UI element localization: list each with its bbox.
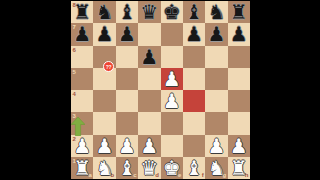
- square-a4[interactable]: 4: [71, 90, 93, 112]
- square-c3[interactable]: [116, 112, 138, 134]
- square-e7[interactable]: [161, 23, 183, 45]
- white-rook-h1[interactable]: ♜: [230, 157, 248, 179]
- square-e3[interactable]: [161, 112, 183, 134]
- square-c1[interactable]: c♝: [116, 157, 138, 179]
- square-f5[interactable]: [183, 68, 205, 90]
- square-f2[interactable]: [183, 135, 205, 157]
- square-f7[interactable]: ♟: [183, 23, 205, 45]
- black-pawn-h7[interactable]: ♟: [230, 23, 248, 45]
- square-h7[interactable]: ♟: [228, 23, 250, 45]
- square-b4[interactable]: [93, 90, 115, 112]
- square-g3[interactable]: [205, 112, 227, 134]
- black-queen-d8[interactable]: ♛: [140, 1, 158, 23]
- square-a5[interactable]: 5: [71, 68, 93, 90]
- square-b2[interactable]: ♟: [93, 135, 115, 157]
- square-e4[interactable]: ♟: [161, 90, 183, 112]
- black-pawn-d6[interactable]: ♟: [140, 46, 158, 68]
- square-f6[interactable]: [183, 46, 205, 68]
- square-e8[interactable]: ♚: [161, 1, 183, 23]
- white-pawn-g2[interactable]: ♟: [207, 135, 225, 157]
- white-bishop-c1[interactable]: ♝: [118, 157, 136, 179]
- black-bishop-c8[interactable]: ♝: [118, 1, 136, 23]
- square-a8[interactable]: 8♜: [71, 1, 93, 23]
- square-h6[interactable]: [228, 46, 250, 68]
- white-pawn-e4[interactable]: ♟: [163, 90, 181, 112]
- black-rook-a8[interactable]: ♜: [73, 1, 91, 23]
- black-pawn-c7[interactable]: ♟: [118, 23, 136, 45]
- black-pawn-f7[interactable]: ♟: [185, 23, 203, 45]
- move-suggestion-arrow: [71, 117, 85, 136]
- square-h5[interactable]: [228, 68, 250, 90]
- square-c5[interactable]: [116, 68, 138, 90]
- square-h8[interactable]: ♜: [228, 1, 250, 23]
- square-c2[interactable]: ♟: [116, 135, 138, 157]
- square-g4[interactable]: [205, 90, 227, 112]
- white-pawn-c2[interactable]: ♟: [118, 135, 136, 157]
- square-f1[interactable]: f♝: [183, 157, 205, 179]
- square-c4[interactable]: [116, 90, 138, 112]
- square-b7[interactable]: ♟: [93, 23, 115, 45]
- square-d2[interactable]: ♟: [138, 135, 160, 157]
- square-d1[interactable]: d♛: [138, 157, 160, 179]
- square-a6[interactable]: 6: [71, 46, 93, 68]
- black-knight-b8[interactable]: ♞: [96, 1, 114, 23]
- square-g7[interactable]: ♟: [205, 23, 227, 45]
- video-frame: 8♜♞♝♛♚♝♞♜7♟♟♟♟♟♟6♟5♟4♟32♟♟♟♟♟♟1a♜b♞c♝d♛e…: [0, 0, 320, 180]
- square-a7[interactable]: 7♟: [71, 23, 93, 45]
- black-pawn-g7[interactable]: ♟: [207, 23, 225, 45]
- square-d3[interactable]: [138, 112, 160, 134]
- square-d6[interactable]: ♟: [138, 46, 160, 68]
- square-c7[interactable]: ♟: [116, 23, 138, 45]
- blunder-badge: ??: [103, 61, 114, 72]
- square-h4[interactable]: [228, 90, 250, 112]
- square-g1[interactable]: g♞: [205, 157, 227, 179]
- square-g2[interactable]: ♟: [205, 135, 227, 157]
- white-pawn-a2[interactable]: ♟: [73, 135, 91, 157]
- square-d5[interactable]: [138, 68, 160, 90]
- square-b1[interactable]: b♞: [93, 157, 115, 179]
- white-knight-g1[interactable]: ♞: [207, 157, 225, 179]
- square-e2[interactable]: [161, 135, 183, 157]
- square-h2[interactable]: ♟: [228, 135, 250, 157]
- black-knight-g8[interactable]: ♞: [207, 1, 225, 23]
- square-g8[interactable]: ♞: [205, 1, 227, 23]
- square-e6[interactable]: [161, 46, 183, 68]
- white-pawn-d2[interactable]: ♟: [140, 135, 158, 157]
- square-h1[interactable]: h♜: [228, 157, 250, 179]
- white-queen-d1[interactable]: ♛: [140, 157, 158, 179]
- black-pawn-a7[interactable]: ♟: [73, 23, 91, 45]
- rank-label-4: 4: [73, 91, 76, 97]
- square-a2[interactable]: 2♟: [71, 135, 93, 157]
- black-king-e8[interactable]: ♚: [163, 1, 181, 23]
- square-b8[interactable]: ♞: [93, 1, 115, 23]
- square-d4[interactable]: [138, 90, 160, 112]
- white-king-e1[interactable]: ♚: [163, 157, 181, 179]
- square-d7[interactable]: [138, 23, 160, 45]
- black-rook-h8[interactable]: ♜: [230, 1, 248, 23]
- white-pawn-h2[interactable]: ♟: [230, 135, 248, 157]
- white-pawn-e5[interactable]: ♟: [163, 68, 181, 90]
- square-g6[interactable]: [205, 46, 227, 68]
- square-g5[interactable]: [205, 68, 227, 90]
- chess-board: 8♜♞♝♛♚♝♞♜7♟♟♟♟♟♟6♟5♟4♟32♟♟♟♟♟♟1a♜b♞c♝d♛e…: [71, 1, 250, 179]
- square-e5[interactable]: ♟: [161, 68, 183, 90]
- square-b3[interactable]: [93, 112, 115, 134]
- white-pawn-b2[interactable]: ♟: [96, 135, 114, 157]
- square-c8[interactable]: ♝: [116, 1, 138, 23]
- white-rook-a1[interactable]: ♜: [73, 157, 91, 179]
- square-f4[interactable]: [183, 90, 205, 112]
- square-a1[interactable]: 1a♜: [71, 157, 93, 179]
- square-f8[interactable]: ♝: [183, 1, 205, 23]
- black-pawn-b7[interactable]: ♟: [96, 23, 114, 45]
- white-bishop-f1[interactable]: ♝: [185, 157, 203, 179]
- rank-label-5: 5: [73, 69, 76, 75]
- rank-label-6: 6: [73, 47, 76, 53]
- square-f3[interactable]: [183, 112, 205, 134]
- square-d8[interactable]: ♛: [138, 1, 160, 23]
- square-e1[interactable]: e♚: [161, 157, 183, 179]
- square-c6[interactable]: [116, 46, 138, 68]
- white-knight-b1[interactable]: ♞: [96, 157, 114, 179]
- black-bishop-f8[interactable]: ♝: [185, 1, 203, 23]
- square-h3[interactable]: [228, 112, 250, 134]
